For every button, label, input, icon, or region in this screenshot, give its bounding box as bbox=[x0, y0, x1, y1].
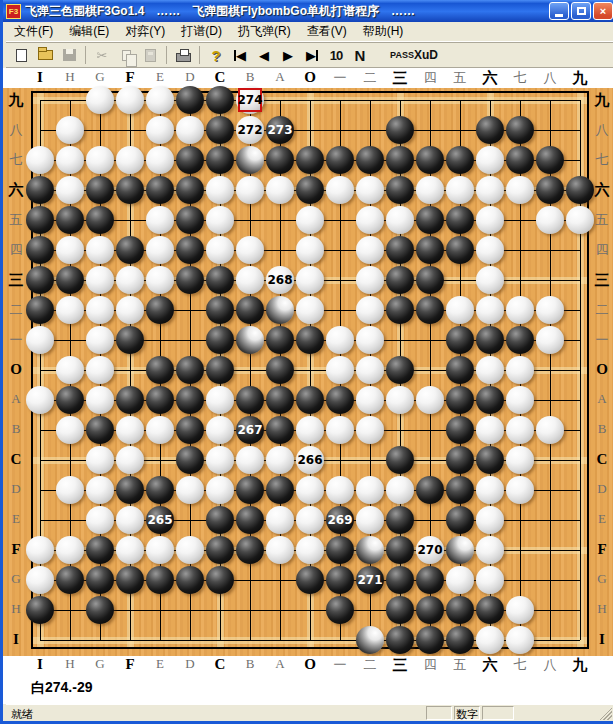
stone-white[interactable] bbox=[86, 236, 114, 264]
stone-black[interactable] bbox=[146, 566, 174, 594]
stone-black[interactable] bbox=[326, 596, 354, 624]
print-button[interactable] bbox=[172, 45, 194, 65]
row-label-right: O bbox=[591, 361, 613, 378]
stone-white[interactable] bbox=[56, 176, 84, 204]
status-cell-digit: 数字 bbox=[454, 706, 480, 720]
stone-black[interactable] bbox=[116, 476, 144, 504]
stone-black[interactable] bbox=[146, 356, 174, 384]
stone-white[interactable] bbox=[326, 176, 354, 204]
stone-black[interactable] bbox=[266, 356, 294, 384]
stone-black[interactable] bbox=[476, 116, 504, 144]
column-label: 七 bbox=[505, 69, 535, 87]
stone-white[interactable] bbox=[476, 146, 504, 174]
stone-black[interactable] bbox=[446, 206, 474, 234]
stone-white[interactable] bbox=[206, 446, 234, 474]
stone-white[interactable] bbox=[326, 416, 354, 444]
first-move-button[interactable]: ◀ bbox=[229, 45, 251, 65]
stone-white[interactable] bbox=[476, 476, 504, 504]
stone-white[interactable] bbox=[386, 206, 414, 234]
cut-button[interactable]: ✂ bbox=[91, 45, 113, 65]
stone-black[interactable] bbox=[386, 236, 414, 264]
stone-black[interactable] bbox=[416, 266, 444, 294]
column-label: B bbox=[235, 656, 265, 672]
stone-white[interactable] bbox=[506, 296, 534, 324]
stone-black[interactable] bbox=[236, 536, 264, 564]
stone-white[interactable] bbox=[86, 446, 114, 474]
stone-white[interactable] bbox=[86, 386, 114, 414]
stone-white[interactable] bbox=[206, 206, 234, 234]
stone-black[interactable] bbox=[176, 566, 204, 594]
column-label: D bbox=[175, 69, 205, 85]
stone-white[interactable] bbox=[56, 146, 84, 174]
stone-black[interactable] bbox=[326, 386, 354, 414]
move-number-label: 272 bbox=[236, 116, 264, 144]
menu-edit[interactable]: 编辑(E) bbox=[61, 21, 117, 42]
stone-white[interactable] bbox=[266, 536, 294, 564]
stone-white[interactable] bbox=[296, 536, 324, 564]
maximize-button[interactable] bbox=[571, 2, 591, 20]
stone-white[interactable] bbox=[296, 506, 324, 534]
stone-black[interactable] bbox=[26, 236, 54, 264]
stone-white[interactable] bbox=[536, 326, 564, 354]
stone-white[interactable] bbox=[536, 296, 564, 324]
stone-black[interactable] bbox=[476, 596, 504, 624]
stone-white[interactable] bbox=[506, 626, 534, 654]
stone-black[interactable] bbox=[116, 566, 144, 594]
stone-black[interactable] bbox=[536, 146, 564, 174]
menu-play[interactable]: 对弈(Y) bbox=[117, 21, 173, 42]
stone-white[interactable] bbox=[296, 266, 324, 294]
title-bar[interactable]: F3 飞弹三色围棋F3Go1.4 …… 飞弹围棋FlybombGo单机打谱程序 … bbox=[3, 0, 613, 22]
stone-black[interactable] bbox=[176, 416, 204, 444]
stone-white[interactable] bbox=[476, 266, 504, 294]
toolbar-separator bbox=[166, 46, 167, 64]
xud-button[interactable]: XuD bbox=[415, 45, 437, 65]
open-button[interactable] bbox=[34, 45, 56, 65]
stone-black[interactable] bbox=[446, 476, 474, 504]
stone-black[interactable] bbox=[56, 566, 84, 594]
stone-white[interactable] bbox=[506, 176, 534, 204]
stone-white[interactable] bbox=[206, 416, 234, 444]
stone-white[interactable] bbox=[116, 416, 144, 444]
stone-black[interactable] bbox=[146, 386, 174, 414]
row-label-left: 七 bbox=[5, 151, 27, 169]
stone-grey-yinyang[interactable] bbox=[356, 626, 384, 654]
stone-white[interactable] bbox=[506, 476, 534, 504]
stone-white[interactable] bbox=[86, 356, 114, 384]
help-button[interactable]: ? bbox=[205, 45, 227, 65]
menu-bomb[interactable]: 扔飞弹(R) bbox=[230, 21, 299, 42]
stone-white[interactable] bbox=[536, 206, 564, 234]
row-label-left: E bbox=[5, 511, 27, 527]
stone-white[interactable] bbox=[56, 116, 84, 144]
stone-black[interactable] bbox=[386, 446, 414, 474]
stone-black[interactable] bbox=[446, 326, 474, 354]
stone-black[interactable] bbox=[86, 416, 114, 444]
stone-white[interactable] bbox=[356, 506, 384, 534]
stone-black[interactable] bbox=[236, 506, 264, 534]
row-label-left: 五 bbox=[5, 211, 27, 229]
stone-black[interactable] bbox=[446, 236, 474, 264]
stone-white[interactable] bbox=[146, 86, 174, 114]
stone-white[interactable] bbox=[266, 506, 294, 534]
minimize-button[interactable] bbox=[549, 2, 569, 20]
stone-black[interactable] bbox=[176, 146, 204, 174]
stone-black[interactable] bbox=[416, 476, 444, 504]
stone-white[interactable] bbox=[116, 506, 144, 534]
stone-black[interactable] bbox=[296, 176, 324, 204]
stone-white[interactable] bbox=[86, 506, 114, 534]
row-label-left: 九 bbox=[5, 91, 27, 110]
stone-white[interactable] bbox=[356, 326, 384, 354]
prev-move-button[interactable]: ◀ bbox=[253, 45, 275, 65]
stone-black[interactable] bbox=[236, 296, 264, 324]
stone-white[interactable] bbox=[86, 266, 114, 294]
stone-black[interactable] bbox=[386, 296, 414, 324]
stone-black[interactable] bbox=[296, 146, 324, 174]
stone-black[interactable] bbox=[446, 356, 474, 384]
stone-black[interactable] bbox=[206, 326, 234, 354]
stone-white[interactable] bbox=[476, 236, 504, 264]
number-toggle-button[interactable]: N bbox=[349, 45, 371, 65]
stone-black[interactable] bbox=[206, 296, 234, 324]
stone-white[interactable] bbox=[56, 296, 84, 324]
stone-white[interactable] bbox=[26, 326, 54, 354]
stone-white[interactable] bbox=[356, 296, 384, 324]
row-label-right: 八 bbox=[591, 121, 613, 139]
stone-black[interactable] bbox=[566, 176, 594, 204]
stone-white[interactable] bbox=[146, 116, 174, 144]
stone-white[interactable] bbox=[416, 386, 444, 414]
stone-white[interactable] bbox=[236, 446, 264, 474]
stone-black[interactable] bbox=[86, 536, 114, 564]
stone-black[interactable] bbox=[356, 146, 384, 174]
stone-white[interactable] bbox=[56, 356, 84, 384]
stone-white[interactable] bbox=[206, 236, 234, 264]
stone-black[interactable] bbox=[386, 356, 414, 384]
stone-black[interactable] bbox=[446, 416, 474, 444]
stone-black[interactable] bbox=[266, 416, 294, 444]
stone-white[interactable] bbox=[296, 296, 324, 324]
row-label-left: G bbox=[5, 571, 27, 587]
stone-white[interactable] bbox=[206, 386, 234, 414]
stone-black[interactable] bbox=[536, 176, 564, 204]
stone-black[interactable] bbox=[386, 506, 414, 534]
toolbar-separator bbox=[199, 46, 200, 64]
stone-white[interactable] bbox=[446, 296, 474, 324]
stone-grey-yinyang[interactable] bbox=[356, 536, 384, 564]
stone-white[interactable] bbox=[176, 116, 204, 144]
stone-white[interactable] bbox=[176, 476, 204, 504]
last-move-icon: ▶ bbox=[306, 48, 318, 63]
stone-black[interactable] bbox=[386, 116, 414, 144]
stone-black[interactable] bbox=[26, 296, 54, 324]
stone-black[interactable] bbox=[206, 536, 234, 564]
stone-black[interactable] bbox=[236, 386, 264, 414]
stone-black[interactable] bbox=[26, 596, 54, 624]
menu-view[interactable]: 查看(V) bbox=[299, 21, 355, 42]
move-number-label: 274 bbox=[236, 86, 264, 114]
stone-white[interactable] bbox=[416, 176, 444, 204]
stone-black[interactable] bbox=[266, 326, 294, 354]
pass-button[interactable]: PASS bbox=[391, 45, 413, 65]
stone-white[interactable] bbox=[356, 416, 384, 444]
stone-black[interactable] bbox=[176, 176, 204, 204]
stone-black[interactable] bbox=[206, 86, 234, 114]
move-number-label: 270 bbox=[416, 536, 444, 564]
stone-white[interactable] bbox=[26, 536, 54, 564]
stone-black[interactable] bbox=[176, 86, 204, 114]
stone-black[interactable] bbox=[446, 146, 474, 174]
stone-white[interactable] bbox=[566, 206, 594, 234]
stone-black[interactable] bbox=[386, 626, 414, 654]
stone-grey-yinyang[interactable] bbox=[236, 146, 264, 174]
stone-white[interactable] bbox=[476, 206, 504, 234]
stone-black[interactable] bbox=[146, 176, 174, 204]
stone-white[interactable] bbox=[476, 356, 504, 384]
stone-white[interactable] bbox=[356, 236, 384, 264]
stone-black[interactable] bbox=[386, 266, 414, 294]
row-label-right: 七 bbox=[591, 151, 613, 169]
stone-white[interactable] bbox=[446, 566, 474, 594]
stone-white[interactable] bbox=[56, 416, 84, 444]
stone-black[interactable] bbox=[416, 206, 444, 234]
stone-black[interactable] bbox=[296, 386, 324, 414]
stone-white[interactable] bbox=[56, 536, 84, 564]
stone-white[interactable] bbox=[206, 176, 234, 204]
jump-ten-button[interactable]: 10 bbox=[325, 45, 347, 65]
stone-black[interactable] bbox=[266, 146, 294, 174]
stone-white[interactable] bbox=[206, 476, 234, 504]
stone-white[interactable] bbox=[146, 146, 174, 174]
stone-black[interactable] bbox=[176, 356, 204, 384]
menu-help[interactable]: 帮助(H) bbox=[355, 21, 412, 42]
stone-black[interactable] bbox=[416, 626, 444, 654]
goban[interactable]: 九九八八七七六六五五四四三三二二一一OOAABBCCDDEEFFGGHHII27… bbox=[3, 88, 613, 656]
stone-black[interactable] bbox=[476, 386, 504, 414]
stone-black[interactable] bbox=[326, 536, 354, 564]
stone-black[interactable] bbox=[86, 176, 114, 204]
stone-white[interactable] bbox=[476, 626, 504, 654]
menu-record[interactable]: 打谱(D) bbox=[173, 21, 230, 42]
stone-white[interactable] bbox=[356, 386, 384, 414]
toolbar-separator bbox=[85, 46, 86, 64]
row-label-left: B bbox=[5, 421, 27, 437]
stone-white[interactable] bbox=[146, 206, 174, 234]
stone-black[interactable] bbox=[176, 266, 204, 294]
stone-white[interactable] bbox=[116, 86, 144, 114]
row-label-right: 二 bbox=[591, 301, 613, 319]
stone-white[interactable] bbox=[356, 476, 384, 504]
status-bar: 就绪 数字 bbox=[6, 704, 613, 721]
stone-black[interactable] bbox=[416, 596, 444, 624]
stone-grey-yinyang[interactable] bbox=[446, 536, 474, 564]
stone-white[interactable] bbox=[386, 476, 414, 504]
stone-white[interactable] bbox=[446, 176, 474, 204]
stone-black[interactable] bbox=[506, 116, 534, 144]
stone-black[interactable] bbox=[386, 146, 414, 174]
menu-file[interactable]: 文件(F) bbox=[6, 21, 61, 42]
stone-black[interactable] bbox=[266, 386, 294, 414]
paste-button[interactable] bbox=[139, 45, 161, 65]
stone-black[interactable] bbox=[56, 386, 84, 414]
stone-white[interactable] bbox=[326, 326, 354, 354]
stone-white[interactable] bbox=[296, 476, 324, 504]
stone-black[interactable] bbox=[206, 506, 234, 534]
stone-black[interactable] bbox=[416, 296, 444, 324]
copy-button[interactable] bbox=[115, 45, 137, 65]
move-number-label: 267 bbox=[236, 416, 264, 444]
stone-black[interactable] bbox=[296, 326, 324, 354]
stone-black[interactable] bbox=[26, 206, 54, 234]
stone-white[interactable] bbox=[506, 446, 534, 474]
stone-white[interactable] bbox=[506, 356, 534, 384]
stone-black[interactable] bbox=[326, 566, 354, 594]
stone-black[interactable] bbox=[446, 506, 474, 534]
stone-black[interactable] bbox=[206, 116, 234, 144]
row-label-left: D bbox=[5, 481, 27, 497]
stone-white[interactable] bbox=[236, 176, 264, 204]
resize-grip-icon[interactable] bbox=[599, 707, 612, 720]
stone-black[interactable] bbox=[386, 176, 414, 204]
stone-black[interactable] bbox=[206, 356, 234, 384]
stone-black[interactable] bbox=[26, 266, 54, 294]
new-button[interactable] bbox=[10, 45, 32, 65]
stone-black[interactable] bbox=[26, 176, 54, 204]
stone-white[interactable] bbox=[236, 236, 264, 264]
stone-white[interactable] bbox=[236, 266, 264, 294]
stone-white[interactable] bbox=[146, 266, 174, 294]
stone-white[interactable] bbox=[116, 296, 144, 324]
stone-white[interactable] bbox=[356, 266, 384, 294]
stone-black[interactable] bbox=[176, 206, 204, 234]
stone-black[interactable] bbox=[56, 206, 84, 234]
stone-black[interactable] bbox=[296, 566, 324, 594]
stone-black[interactable] bbox=[416, 566, 444, 594]
stone-white[interactable] bbox=[26, 386, 54, 414]
close-icon: × bbox=[600, 5, 606, 17]
column-label: 一 bbox=[325, 69, 355, 87]
stone-white[interactable] bbox=[296, 416, 324, 444]
stone-black[interactable] bbox=[326, 146, 354, 174]
stone-white[interactable] bbox=[536, 416, 564, 444]
stone-white[interactable] bbox=[56, 236, 84, 264]
stone-white[interactable] bbox=[356, 206, 384, 234]
stone-black[interactable] bbox=[506, 146, 534, 174]
stone-black[interactable] bbox=[416, 146, 444, 174]
stone-black[interactable] bbox=[176, 236, 204, 264]
last-move-button[interactable]: ▶ bbox=[301, 45, 323, 65]
stone-white[interactable] bbox=[26, 146, 54, 174]
stone-white[interactable] bbox=[356, 176, 384, 204]
stone-black[interactable] bbox=[146, 296, 174, 324]
stone-black[interactable] bbox=[446, 596, 474, 624]
stone-white[interactable] bbox=[506, 386, 534, 414]
stone-black[interactable] bbox=[56, 266, 84, 294]
stone-white[interactable] bbox=[26, 566, 54, 594]
next-move-button[interactable]: ▶ bbox=[277, 45, 299, 65]
cut-scissors-icon: ✂ bbox=[97, 49, 108, 62]
stone-black[interactable] bbox=[86, 566, 114, 594]
stone-white[interactable] bbox=[116, 536, 144, 564]
stone-white[interactable] bbox=[326, 356, 354, 384]
stone-white[interactable] bbox=[86, 296, 114, 324]
stone-black[interactable] bbox=[506, 326, 534, 354]
stone-white[interactable] bbox=[116, 146, 144, 174]
jump-ten-label: 10 bbox=[330, 48, 342, 63]
stone-black[interactable] bbox=[176, 386, 204, 414]
stone-black[interactable] bbox=[446, 386, 474, 414]
stone-white[interactable] bbox=[146, 236, 174, 264]
stone-white[interactable] bbox=[86, 476, 114, 504]
stone-grey-yinyang[interactable] bbox=[266, 296, 294, 324]
stone-white[interactable] bbox=[326, 476, 354, 504]
row-label-right: F bbox=[591, 541, 613, 558]
stone-black[interactable] bbox=[236, 476, 264, 504]
close-button[interactable]: × bbox=[593, 2, 613, 20]
stone-white[interactable] bbox=[356, 356, 384, 384]
stone-white[interactable] bbox=[56, 476, 84, 504]
stone-black[interactable] bbox=[386, 566, 414, 594]
stone-white[interactable] bbox=[86, 146, 114, 174]
stone-white[interactable] bbox=[476, 416, 504, 444]
stone-black[interactable] bbox=[386, 596, 414, 624]
stone-black[interactable] bbox=[116, 386, 144, 414]
stone-white[interactable] bbox=[476, 296, 504, 324]
stone-black[interactable] bbox=[266, 476, 294, 504]
next-move-icon: ▶ bbox=[283, 48, 293, 63]
stone-white[interactable] bbox=[146, 536, 174, 564]
stone-white[interactable] bbox=[296, 236, 324, 264]
stone-black[interactable] bbox=[116, 176, 144, 204]
stone-black[interactable] bbox=[206, 566, 234, 594]
stone-black[interactable] bbox=[446, 446, 474, 474]
stone-white[interactable] bbox=[476, 506, 504, 534]
stone-grey-yinyang[interactable] bbox=[236, 326, 264, 354]
stone-white[interactable] bbox=[266, 176, 294, 204]
stone-white[interactable] bbox=[266, 446, 294, 474]
stone-white[interactable] bbox=[506, 596, 534, 624]
stone-black[interactable] bbox=[146, 476, 174, 504]
stone-black[interactable] bbox=[176, 446, 204, 474]
stone-black[interactable] bbox=[116, 236, 144, 264]
stone-white[interactable] bbox=[476, 176, 504, 204]
stone-white[interactable] bbox=[86, 326, 114, 354]
stone-black[interactable] bbox=[116, 326, 144, 354]
stone-white[interactable] bbox=[116, 446, 144, 474]
stone-white[interactable] bbox=[506, 416, 534, 444]
stone-white[interactable] bbox=[86, 86, 114, 114]
stone-white[interactable] bbox=[386, 386, 414, 414]
stone-white[interactable] bbox=[146, 416, 174, 444]
stone-white[interactable] bbox=[176, 536, 204, 564]
stone-black[interactable] bbox=[386, 536, 414, 564]
stone-black[interactable] bbox=[86, 206, 114, 234]
stone-white[interactable] bbox=[476, 566, 504, 594]
stone-black[interactable] bbox=[206, 266, 234, 294]
stone-black[interactable] bbox=[416, 236, 444, 264]
number-toggle-label: N bbox=[355, 47, 366, 64]
stone-white[interactable] bbox=[476, 536, 504, 564]
stone-black[interactable] bbox=[476, 446, 504, 474]
stone-black[interactable] bbox=[446, 626, 474, 654]
stone-white[interactable] bbox=[296, 206, 324, 234]
stone-black[interactable] bbox=[206, 146, 234, 174]
save-button[interactable] bbox=[58, 45, 80, 65]
stone-white[interactable] bbox=[116, 266, 144, 294]
stone-black[interactable] bbox=[476, 326, 504, 354]
stone-black[interactable] bbox=[86, 596, 114, 624]
